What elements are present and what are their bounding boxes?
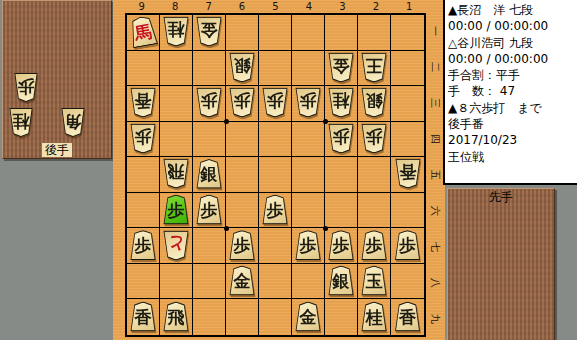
square-4-5[interactable] [292,157,325,193]
piece-face: 王 [362,53,386,81]
shogi-piece-gote-香[interactable]: 香 [395,159,421,189]
shogi-piece-gote-桂[interactable]: 桂 [9,108,33,137]
file-label: 6 [225,0,258,13]
piece-kanji: 歩 [333,129,350,148]
piece-kanji: と [167,235,184,254]
square-4-7[interactable]: 歩 [292,228,325,264]
rank-label: 五 [428,157,442,193]
square-5-5[interactable] [259,157,292,193]
file-label: 7 [192,0,225,13]
shogi-piece-sente-歩[interactable]: 歩 [262,194,288,224]
square-3-5[interactable] [325,157,358,193]
file-label: 9 [125,0,158,13]
square-4-6[interactable] [292,193,325,229]
piece-body: 歩 [361,230,387,260]
hand-piece-slot[interactable]: 角 [61,108,85,137]
square-6-4[interactable] [226,122,259,158]
piece-body: 香 [130,88,156,118]
rank-labels: 一二三四五六七八九 [428,13,442,337]
piece-face: 歩 [131,124,155,152]
hand-piece-slot[interactable]: 歩 [14,73,38,102]
piece-kanji: 角 [65,113,82,132]
info-line: △谷川浩司 九段 [448,35,577,51]
square-5-7[interactable] [259,228,292,264]
piece-face: 歩 [329,124,353,152]
piece-body: 歩 [262,194,288,224]
piece-kanji: 歩 [234,235,251,254]
piece-body: 銀 [328,266,354,296]
shogi-piece-gote-桂[interactable]: 桂 [163,17,189,47]
piece-kanji: 飛 [168,307,185,326]
piece-kanji: 歩 [366,129,383,148]
piece-face: 飛 [164,160,188,188]
shogi-piece-gote-金[interactable]: 金 [196,17,222,47]
piece-body: 王 [361,52,387,82]
piece-body: 歩 [163,194,189,224]
piece-face: 歩 [396,231,420,259]
square-6-6[interactable] [226,193,259,229]
piece-body: 金 [295,302,321,332]
piece-body: 銀 [229,52,255,82]
square-8-6[interactable]: 歩 [160,193,193,229]
square-1-9[interactable]: 香 [391,299,424,335]
shogi-piece-gote-飛[interactable]: 飛 [163,159,189,189]
piece-body: 歩 [14,73,38,102]
piece-body: 馬 [128,15,159,49]
piece-body: 香 [130,302,156,332]
shogi-kifu-viewer: 歩桂角後手 987654321 馬桂金銀金王香歩歩歩歩桂銀歩歩歩飛銀香歩歩歩歩と… [0,0,577,340]
piece-kanji: 銀 [333,271,350,290]
rank-label: 一 [428,13,442,49]
info-line: 王位戦 [448,149,577,165]
shogi-piece-gote-桂[interactable]: 桂 [328,88,354,118]
shogi-piece-sente-歩[interactable]: 歩 [163,194,189,224]
shogi-piece-gote-歩[interactable]: 歩 [14,73,38,102]
shogi-piece-gote-歩[interactable]: 歩 [328,123,354,153]
piece-kanji: 香 [135,307,152,326]
piece-face: 馬 [129,16,157,48]
info-line: 00:00 / 00:00:00 [448,18,577,34]
piece-kanji: 玉 [366,271,383,290]
piece-face: 香 [131,89,155,117]
square-7-2[interactable] [193,51,226,87]
square-3-9[interactable] [325,299,358,335]
shogi-piece-gote-と[interactable]: と [163,230,189,260]
piece-face: 歩 [362,124,386,152]
shogi-piece-sente-香[interactable]: 香 [130,302,156,332]
square-3-4[interactable]: 歩 [325,122,358,158]
piece-body: 歩 [196,88,222,118]
square-6-7[interactable]: 歩 [226,228,259,264]
piece-body: 歩 [262,88,288,118]
square-5-3[interactable]: 歩 [259,86,292,122]
square-2-3[interactable]: 銀 [358,86,391,122]
square-5-4[interactable] [259,122,292,158]
square-3-6[interactable] [325,193,358,229]
piece-face: 桂 [164,18,188,46]
piece-face: 金 [230,267,254,295]
info-line: 後手番 [448,116,577,132]
piece-body: 歩 [130,230,156,260]
piece-face: 歩 [230,231,254,259]
shogi-piece-sente-歩[interactable]: 歩 [395,230,421,260]
shogi-piece-gote-香[interactable]: 香 [130,88,156,118]
piece-kanji: 歩 [18,78,35,97]
shogi-piece-sente-金[interactable]: 金 [229,266,255,296]
shogi-board[interactable]: 馬桂金銀金王香歩歩歩歩桂銀歩歩歩飛銀香歩歩歩歩と歩歩歩歩歩金銀玉香飛金桂香 [125,13,426,337]
rank-label: 三 [428,85,442,121]
square-2-9[interactable]: 桂 [358,299,391,335]
shogi-piece-sente-歩[interactable]: 歩 [328,230,354,260]
piece-face: 桂 [329,89,353,117]
square-3-3[interactable]: 桂 [325,86,358,122]
piece-face: 香 [131,303,155,331]
square-9-4[interactable]: 歩 [127,122,160,158]
piece-face: 歩 [15,74,37,101]
square-1-4[interactable] [391,122,424,158]
piece-face: 桂 [362,303,386,331]
square-1-3[interactable] [391,86,424,122]
square-8-8[interactable] [160,264,193,300]
square-1-5[interactable]: 香 [391,157,424,193]
piece-kanji: 金 [300,307,317,326]
square-2-4[interactable]: 歩 [358,122,391,158]
piece-face: 歩 [164,195,188,223]
square-9-7[interactable]: 歩 [127,228,160,264]
square-7-6[interactable]: 歩 [193,193,226,229]
square-8-1[interactable]: 桂 [160,15,193,51]
square-5-6[interactable]: 歩 [259,193,292,229]
sente-tray-label: 先手 [489,190,513,204]
hand-piece-slot[interactable]: 桂 [9,108,33,137]
square-6-2[interactable]: 銀 [226,51,259,87]
shogi-piece-gote-銀[interactable]: 銀 [361,88,387,118]
square-5-8[interactable] [259,264,292,300]
info-line: 手合割：平手 [448,67,577,83]
square-9-6[interactable] [127,193,160,229]
square-2-1[interactable] [358,15,391,51]
square-4-3[interactable]: 歩 [292,86,325,122]
shogi-piece-gote-銀[interactable]: 銀 [229,52,255,82]
square-8-9[interactable]: 飛 [160,299,193,335]
piece-body: 桂 [9,108,33,137]
shogi-piece-sente-歩[interactable]: 歩 [295,230,321,260]
shogi-piece-gote-歩[interactable]: 歩 [196,88,222,118]
piece-kanji: 歩 [168,200,185,219]
piece-kanji: 桂 [366,307,383,326]
piece-face: 歩 [263,89,287,117]
piece-face: 銀 [230,53,254,81]
piece-body: 銀 [361,88,387,118]
piece-kanji: 歩 [366,235,383,254]
file-label: 8 [158,0,191,13]
piece-body: 角 [61,108,85,137]
piece-face: と [164,231,188,259]
square-2-6[interactable] [358,193,391,229]
piece-face: 香 [396,160,420,188]
piece-body: 香 [395,159,421,189]
piece-body: 歩 [361,123,387,153]
shogi-piece-sente-飛[interactable]: 飛 [163,302,189,332]
piece-body: 歩 [229,230,255,260]
piece-kanji: 歩 [201,93,218,112]
square-7-9[interactable] [193,299,226,335]
piece-kanji: 桂 [168,22,185,41]
shogi-piece-sente-歩[interactable]: 歩 [229,230,255,260]
square-4-9[interactable]: 金 [292,299,325,335]
piece-body: 金 [229,266,255,296]
shogi-piece-gote-歩[interactable]: 歩 [130,123,156,153]
piece-face: 玉 [362,267,386,295]
square-5-1[interactable] [259,15,292,51]
piece-face: 銀 [362,89,386,117]
piece-body: 玉 [361,266,387,296]
shogi-piece-gote-歩[interactable]: 歩 [229,88,255,118]
square-6-5[interactable] [226,157,259,193]
piece-kanji: 歩 [201,200,218,219]
piece-body: 歩 [196,194,222,224]
piece-body: 金 [328,52,354,82]
piece-face: 桂 [10,109,32,136]
rank-label: 二 [428,49,442,85]
piece-body: 飛 [163,159,189,189]
piece-body: 歩 [328,230,354,260]
rank-label: 六 [428,193,442,229]
shogi-piece-gote-歩[interactable]: 歩 [361,123,387,153]
piece-face: 飛 [164,303,188,331]
square-9-2[interactable] [127,51,160,87]
square-8-5[interactable]: 飛 [160,157,193,193]
square-8-2[interactable] [160,51,193,87]
square-6-8[interactable]: 金 [226,264,259,300]
info-line: 2017/10/23 [448,132,577,148]
piece-kanji: 歩 [135,235,152,254]
square-1-7[interactable]: 歩 [391,228,424,264]
piece-kanji: 歩 [333,235,350,254]
square-1-8[interactable] [391,264,424,300]
square-6-1[interactable] [226,15,259,51]
shogi-piece-sente-香[interactable]: 香 [395,302,421,332]
piece-kanji: 銀 [366,93,383,112]
square-4-8[interactable] [292,264,325,300]
square-4-1[interactable] [292,15,325,51]
shogi-piece-gote-王[interactable]: 王 [361,52,387,82]
square-9-5[interactable] [127,157,160,193]
shogi-piece-sente-歩[interactable]: 歩 [196,194,222,224]
square-2-7[interactable]: 歩 [358,228,391,264]
rank-label: 四 [428,121,442,157]
shogi-piece-sente-銀[interactable]: 銀 [328,266,354,296]
piece-face: 歩 [362,231,386,259]
square-8-4[interactable] [160,122,193,158]
hoshi-dot [323,226,328,231]
piece-kanji: 馬 [133,21,153,43]
square-2-2[interactable]: 王 [358,51,391,87]
piece-body: と [163,230,189,260]
square-2-5[interactable] [358,157,391,193]
square-7-5[interactable]: 銀 [193,157,226,193]
piece-kanji: 金 [234,271,251,290]
rank-label: 八 [428,265,442,301]
piece-face: 角 [62,109,84,136]
square-3-7[interactable]: 歩 [325,228,358,264]
shogi-piece-sente-歩[interactable]: 歩 [361,230,387,260]
piece-kanji: 銀 [201,164,218,183]
square-7-4[interactable] [193,122,226,158]
info-line: 00:00 / 00:00:00 [448,51,577,67]
piece-face: 金 [329,53,353,81]
piece-face: 歩 [329,231,353,259]
square-7-3[interactable]: 歩 [193,86,226,122]
square-4-2[interactable] [292,51,325,87]
file-label: 5 [259,0,292,13]
piece-body: 歩 [229,88,255,118]
square-1-2[interactable] [391,51,424,87]
piece-body: 歩 [295,88,321,118]
piece-kanji: 金 [333,58,350,77]
square-7-1[interactable]: 金 [193,15,226,51]
square-7-8[interactable] [193,264,226,300]
square-8-3[interactable] [160,86,193,122]
shogi-piece-gote-歩[interactable]: 歩 [262,88,288,118]
board-area: 987654321 馬桂金銀金王香歩歩歩歩桂銀歩歩歩飛銀香歩歩歩歩と歩歩歩歩歩金… [113,0,445,340]
shogi-piece-sente-金[interactable]: 金 [295,302,321,332]
piece-kanji: 香 [135,93,152,112]
piece-body: 香 [395,302,421,332]
hoshi-dot [224,119,229,124]
square-9-9[interactable]: 香 [127,299,160,335]
square-3-1[interactable] [325,15,358,51]
piece-body: 銀 [196,159,222,189]
piece-kanji: 金 [201,22,218,41]
shogi-piece-sente-銀[interactable]: 銀 [196,159,222,189]
file-labels: 987654321 [125,0,426,13]
piece-face: 歩 [197,89,221,117]
piece-body: 金 [196,17,222,47]
piece-kanji: 香 [399,164,416,183]
piece-body: 桂 [163,17,189,47]
piece-kanji: 歩 [234,93,251,112]
square-5-9[interactable] [259,299,292,335]
shogi-piece-gote-角[interactable]: 角 [61,108,85,137]
piece-kanji: 歩 [135,129,152,148]
square-1-1[interactable] [391,15,424,51]
info-line: ▲長沼 洋 七段 [448,2,577,18]
square-3-2[interactable]: 金 [325,51,358,87]
piece-body: 歩 [395,230,421,260]
piece-kanji: 歩 [267,200,284,219]
piece-kanji: 桂 [13,113,30,132]
piece-face: 歩 [131,231,155,259]
square-9-8[interactable] [127,264,160,300]
square-3-8[interactable]: 銀 [325,264,358,300]
hoshi-dot [323,119,328,124]
piece-body: 桂 [361,302,387,332]
rank-label: 九 [428,301,442,337]
piece-body: 飛 [163,302,189,332]
info-line: 手 数： 47 [448,83,577,99]
piece-face: 金 [296,303,320,331]
piece-body: 歩 [328,123,354,153]
piece-face: 香 [396,303,420,331]
piece-face: 歩 [296,231,320,259]
piece-kanji: 歩 [300,235,317,254]
file-label: 1 [393,0,426,13]
piece-face: 銀 [197,160,221,188]
piece-face: 金 [197,18,221,46]
shogi-piece-gote-歩[interactable]: 歩 [295,88,321,118]
shogi-piece-sente-馬[interactable]: 馬 [130,17,156,47]
piece-kanji: 桂 [333,93,350,112]
square-1-6[interactable] [391,193,424,229]
piece-face: 歩 [263,195,287,223]
piece-kanji: 歩 [267,93,284,112]
square-9-1[interactable]: 馬 [127,15,160,51]
square-4-4[interactable] [292,122,325,158]
square-5-2[interactable] [259,51,292,87]
piece-kanji: 王 [366,58,383,77]
piece-kanji: 銀 [234,58,251,77]
piece-kanji: 飛 [168,164,185,183]
piece-face: 銀 [329,267,353,295]
piece-face: 歩 [197,195,221,223]
square-6-3[interactable]: 歩 [226,86,259,122]
rank-label: 七 [428,229,442,265]
square-2-8[interactable]: 玉 [358,264,391,300]
square-6-9[interactable] [226,299,259,335]
gote-tray-label: 後手 [42,143,72,157]
sente-captured-tray: 先手 [447,188,555,340]
shogi-piece-sente-歩[interactable]: 歩 [130,230,156,260]
info-line: ▲８六歩打 まで [448,100,577,116]
piece-body: 歩 [295,230,321,260]
shogi-piece-gote-金[interactable]: 金 [328,52,354,82]
square-7-7[interactable] [193,228,226,264]
file-label: 3 [326,0,359,13]
shogi-piece-sente-玉[interactable]: 玉 [361,266,387,296]
file-label: 2 [359,0,392,13]
gote-captured-tray: 歩桂角後手 [2,0,112,159]
info-panel: ▲長沼 洋 七段00:00 / 00:00:00△谷川浩司 九段00:00 / … [443,0,577,185]
piece-face: 歩 [230,89,254,117]
piece-kanji: 歩 [300,93,317,112]
hoshi-dot [224,226,229,231]
piece-face: 歩 [296,89,320,117]
shogi-piece-sente-桂[interactable]: 桂 [361,302,387,332]
piece-kanji: 香 [399,307,416,326]
square-9-3[interactable]: 香 [127,86,160,122]
piece-body: 歩 [130,123,156,153]
file-label: 4 [292,0,325,13]
piece-body: 桂 [328,88,354,118]
square-8-7[interactable]: と [160,228,193,264]
piece-kanji: 歩 [399,235,416,254]
